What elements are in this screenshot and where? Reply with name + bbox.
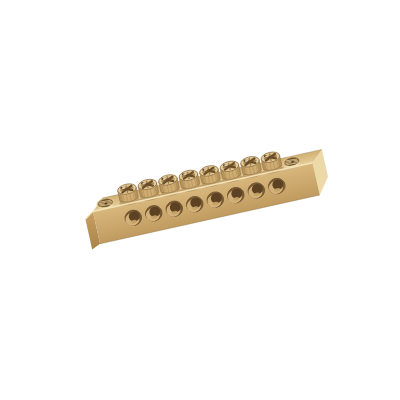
terminal-bar-image	[0, 0, 400, 400]
product-photo	[0, 0, 400, 400]
